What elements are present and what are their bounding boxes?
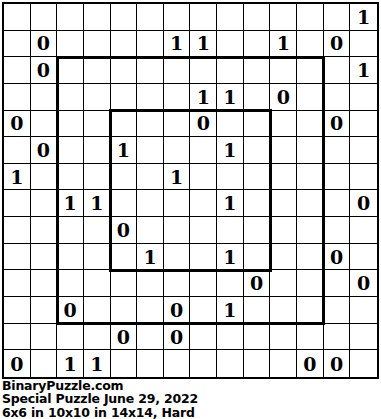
cell-r7c8[interactable] <box>190 164 217 191</box>
cell-r12c6[interactable] <box>137 297 164 324</box>
cell-r13c12[interactable] <box>297 324 324 351</box>
cell-r3c4[interactable] <box>84 57 111 84</box>
cell-r4c14[interactable] <box>350 84 377 111</box>
cell-r8c13[interactable] <box>324 190 351 217</box>
cell-r3c13[interactable] <box>324 57 351 84</box>
cell-r11c9[interactable] <box>217 270 244 297</box>
cell-r9c11[interactable] <box>270 217 297 244</box>
cell-r10c7[interactable] <box>164 244 191 271</box>
cell-r13c14[interactable] <box>350 324 377 351</box>
cell-r11c12[interactable] <box>297 270 324 297</box>
cell-r13c1[interactable] <box>4 324 31 351</box>
cell-r4c8: 1 <box>190 84 217 111</box>
cell-r11c14: 0 <box>350 270 377 297</box>
cell-r3c3[interactable] <box>57 57 84 84</box>
cell-r1c7[interactable] <box>164 4 191 31</box>
cell-r11c6[interactable] <box>137 270 164 297</box>
cell-r13c13[interactable] <box>324 324 351 351</box>
cell-r9c14[interactable] <box>350 217 377 244</box>
cell-r2c2: 0 <box>31 31 58 58</box>
cell-r9c12[interactable] <box>297 217 324 244</box>
puzzle-board: 101110011100000111111100110000010001100 <box>2 2 379 379</box>
cell-r3c11[interactable] <box>270 57 297 84</box>
cell-r6c14[interactable] <box>350 137 377 164</box>
cell-r14c4: 1 <box>84 350 111 377</box>
cell-r13c10[interactable] <box>244 324 271 351</box>
cell-r12c10[interactable] <box>244 297 271 324</box>
board-grid: 101110011100000111111100110000010001100 <box>4 4 377 377</box>
cell-r4c12[interactable] <box>297 84 324 111</box>
cell-r11c5[interactable] <box>111 270 138 297</box>
binary-puzzle-screen: 101110011100000111111100110000010001100 … <box>0 0 381 419</box>
cell-r14c1: 0 <box>4 350 31 377</box>
cell-r3c14: 1 <box>350 57 377 84</box>
cell-r3c7[interactable] <box>164 57 191 84</box>
cell-r9c2[interactable] <box>31 217 58 244</box>
cell-r5c12[interactable] <box>297 111 324 138</box>
cell-r5c5[interactable] <box>111 111 138 138</box>
cell-r6c12[interactable] <box>297 137 324 164</box>
cell-r7c12[interactable] <box>297 164 324 191</box>
cell-r12c11[interactable] <box>270 297 297 324</box>
cell-r8c10[interactable] <box>244 190 271 217</box>
cell-r13c5: 0 <box>111 324 138 351</box>
cell-r1c4[interactable] <box>84 4 111 31</box>
cell-r8c14: 0 <box>350 190 377 217</box>
site-name: BinaryPuzzle.com <box>2 379 379 392</box>
cell-r7c11[interactable] <box>270 164 297 191</box>
cell-r11c1[interactable] <box>4 270 31 297</box>
cell-r14c3: 1 <box>57 350 84 377</box>
cell-r14c11[interactable] <box>270 350 297 377</box>
cell-r2c7: 1 <box>164 31 191 58</box>
cell-r8c11[interactable] <box>270 190 297 217</box>
cell-r12c1[interactable] <box>4 297 31 324</box>
cell-r5c4[interactable] <box>84 111 111 138</box>
cell-r13c8[interactable] <box>190 324 217 351</box>
cell-r12c12[interactable] <box>297 297 324 324</box>
cell-r8c3: 1 <box>57 190 84 217</box>
cell-r2c11: 1 <box>270 31 297 58</box>
cell-r9c3[interactable] <box>57 217 84 244</box>
cell-r6c7[interactable] <box>164 137 191 164</box>
cell-r11c3[interactable] <box>57 270 84 297</box>
cell-r9c8[interactable] <box>190 217 217 244</box>
cell-r11c4[interactable] <box>84 270 111 297</box>
cell-r9c4[interactable] <box>84 217 111 244</box>
cell-r5c3[interactable] <box>57 111 84 138</box>
cell-r4c6[interactable] <box>137 84 164 111</box>
cell-r10c4[interactable] <box>84 244 111 271</box>
cell-r2c5[interactable] <box>111 31 138 58</box>
cell-r13c6[interactable] <box>137 324 164 351</box>
cell-r8c8[interactable] <box>190 190 217 217</box>
cell-r9c13[interactable] <box>324 217 351 244</box>
cell-r8c7[interactable] <box>164 190 191 217</box>
cell-r2c6[interactable] <box>137 31 164 58</box>
cell-r11c8[interactable] <box>190 270 217 297</box>
cell-r8c6[interactable] <box>137 190 164 217</box>
cell-r6c3[interactable] <box>57 137 84 164</box>
cell-r5c8: 0 <box>190 111 217 138</box>
cell-r4c2[interactable] <box>31 84 58 111</box>
cell-r1c10[interactable] <box>244 4 271 31</box>
cell-r3c9[interactable] <box>217 57 244 84</box>
cell-r3c10[interactable] <box>244 57 271 84</box>
cell-r7c10[interactable] <box>244 164 271 191</box>
cell-r7c6[interactable] <box>137 164 164 191</box>
cell-r3c8[interactable] <box>190 57 217 84</box>
cell-r10c1[interactable] <box>4 244 31 271</box>
cell-r8c5[interactable] <box>111 190 138 217</box>
cell-r14c7[interactable] <box>164 350 191 377</box>
cell-r6c1[interactable] <box>4 137 31 164</box>
cell-r9c7[interactable] <box>164 217 191 244</box>
cell-r6c10[interactable] <box>244 137 271 164</box>
cell-r13c9[interactable] <box>217 324 244 351</box>
cell-r7c3[interactable] <box>57 164 84 191</box>
cell-r5c11[interactable] <box>270 111 297 138</box>
cell-r5c9[interactable] <box>217 111 244 138</box>
cell-r6c9: 1 <box>217 137 244 164</box>
cell-r12c7: 0 <box>164 297 191 324</box>
cell-r14c8[interactable] <box>190 350 217 377</box>
cell-r1c11[interactable] <box>270 4 297 31</box>
cell-r3c12[interactable] <box>297 57 324 84</box>
cell-r4c7[interactable] <box>164 84 191 111</box>
cell-r10c3[interactable] <box>57 244 84 271</box>
cell-r7c14[interactable] <box>350 164 377 191</box>
cell-r10c9: 1 <box>217 244 244 271</box>
cell-r13c11[interactable] <box>270 324 297 351</box>
cell-r13c7: 0 <box>164 324 191 351</box>
cell-r13c2[interactable] <box>31 324 58 351</box>
cell-r1c5[interactable] <box>111 4 138 31</box>
cell-r1c9[interactable] <box>217 4 244 31</box>
cell-r6c13[interactable] <box>324 137 351 164</box>
cell-r12c3: 0 <box>57 297 84 324</box>
cell-r7c13[interactable] <box>324 164 351 191</box>
cell-r14c14[interactable] <box>350 350 377 377</box>
cell-r14c9[interactable] <box>217 350 244 377</box>
cell-r1c1[interactable] <box>4 4 31 31</box>
cell-r6c5: 1 <box>111 137 138 164</box>
cell-r2c8: 1 <box>190 31 217 58</box>
cell-r5c6[interactable] <box>137 111 164 138</box>
cell-r7c9[interactable] <box>217 164 244 191</box>
cell-r1c14: 1 <box>350 4 377 31</box>
cell-r9c5: 0 <box>111 217 138 244</box>
cell-r2c14[interactable] <box>350 31 377 58</box>
cell-r6c6[interactable] <box>137 137 164 164</box>
cell-r14c6[interactable] <box>137 350 164 377</box>
cell-r1c12[interactable] <box>297 4 324 31</box>
cell-r6c8[interactable] <box>190 137 217 164</box>
cell-r9c1[interactable] <box>4 217 31 244</box>
cell-r14c10[interactable] <box>244 350 271 377</box>
cell-r3c5[interactable] <box>111 57 138 84</box>
cell-r12c4[interactable] <box>84 297 111 324</box>
cell-r13c3[interactable] <box>57 324 84 351</box>
cell-r4c3[interactable] <box>57 84 84 111</box>
cell-r7c2[interactable] <box>31 164 58 191</box>
cell-r4c1[interactable] <box>4 84 31 111</box>
cell-r11c7[interactable] <box>164 270 191 297</box>
cell-r3c6[interactable] <box>137 57 164 84</box>
cell-r2c13: 0 <box>324 31 351 58</box>
cell-r14c13: 0 <box>324 350 351 377</box>
cell-r11c11[interactable] <box>270 270 297 297</box>
cell-r5c10[interactable] <box>244 111 271 138</box>
puzzle-title: Special Puzzle June 29, 2022 <box>2 392 379 405</box>
cell-r7c1: 1 <box>4 164 31 191</box>
cell-r1c3[interactable] <box>57 4 84 31</box>
cell-r8c1[interactable] <box>4 190 31 217</box>
cell-r10c2[interactable] <box>31 244 58 271</box>
cell-r6c2: 0 <box>31 137 58 164</box>
cell-r7c5[interactable] <box>111 164 138 191</box>
cell-r4c9: 1 <box>217 84 244 111</box>
cell-r12c2[interactable] <box>31 297 58 324</box>
cell-r9c9[interactable] <box>217 217 244 244</box>
cell-r2c1[interactable] <box>4 31 31 58</box>
cell-r2c4[interactable] <box>84 31 111 58</box>
cell-r10c10[interactable] <box>244 244 271 271</box>
cell-r4c11: 0 <box>270 84 297 111</box>
cell-r12c14[interactable] <box>350 297 377 324</box>
cell-r12c8[interactable] <box>190 297 217 324</box>
cell-r11c10: 0 <box>244 270 271 297</box>
cell-r12c5[interactable] <box>111 297 138 324</box>
cell-r7c4[interactable] <box>84 164 111 191</box>
cell-r4c10[interactable] <box>244 84 271 111</box>
cell-r10c8[interactable] <box>190 244 217 271</box>
cell-r12c9: 1 <box>217 297 244 324</box>
cell-r9c10[interactable] <box>244 217 271 244</box>
cell-r10c12[interactable] <box>297 244 324 271</box>
cell-r1c6[interactable] <box>137 4 164 31</box>
cell-r1c2[interactable] <box>31 4 58 31</box>
cell-r4c4[interactable] <box>84 84 111 111</box>
cell-r3c2: 0 <box>31 57 58 84</box>
cell-r10c14[interactable] <box>350 244 377 271</box>
cell-r8c4: 1 <box>84 190 111 217</box>
cell-r5c2[interactable] <box>31 111 58 138</box>
cell-r14c12: 0 <box>297 350 324 377</box>
cell-r13c4[interactable] <box>84 324 111 351</box>
cell-r5c14[interactable] <box>350 111 377 138</box>
cell-r4c5[interactable] <box>111 84 138 111</box>
footer: BinaryPuzzle.com Special Puzzle June 29,… <box>2 379 379 419</box>
cell-r14c5[interactable] <box>111 350 138 377</box>
cell-r10c13: 0 <box>324 244 351 271</box>
cell-r2c10[interactable] <box>244 31 271 58</box>
cell-r6c4[interactable] <box>84 137 111 164</box>
cell-r3c1[interactable] <box>4 57 31 84</box>
cell-r5c7[interactable] <box>164 111 191 138</box>
cell-r10c6: 1 <box>137 244 164 271</box>
cell-r5c1: 0 <box>4 111 31 138</box>
cell-r2c9[interactable] <box>217 31 244 58</box>
cell-r10c5[interactable] <box>111 244 138 271</box>
cell-r8c9: 1 <box>217 190 244 217</box>
cell-r8c2[interactable] <box>31 190 58 217</box>
cell-r14c2[interactable] <box>31 350 58 377</box>
cell-r12c13[interactable] <box>324 297 351 324</box>
cell-r1c13[interactable] <box>324 4 351 31</box>
cell-r7c7: 1 <box>164 164 191 191</box>
cell-r8c12[interactable] <box>297 190 324 217</box>
cell-r4c13[interactable] <box>324 84 351 111</box>
cell-r1c8[interactable] <box>190 4 217 31</box>
cell-r2c12[interactable] <box>297 31 324 58</box>
cell-r6c11[interactable] <box>270 137 297 164</box>
cell-r2c3[interactable] <box>57 31 84 58</box>
cell-r5c13: 0 <box>324 111 351 138</box>
cell-r11c13[interactable] <box>324 270 351 297</box>
puzzle-spec: 6x6 in 10x10 in 14x14, Hard <box>2 406 379 419</box>
cell-r11c2[interactable] <box>31 270 58 297</box>
cell-r10c11[interactable] <box>270 244 297 271</box>
cell-r9c6[interactable] <box>137 217 164 244</box>
